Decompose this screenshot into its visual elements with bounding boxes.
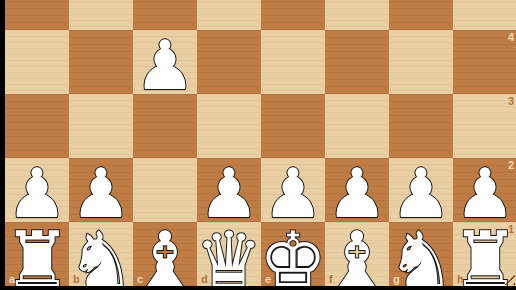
square-c1[interactable]: ♝c [133, 222, 197, 286]
coord-rank-4: 4 [508, 32, 514, 43]
letterbox-bottom [0, 286, 516, 290]
coord-file-f: f [329, 274, 333, 285]
square-h2[interactable]: ♟2 [453, 158, 516, 222]
coord-file-g: g [393, 274, 400, 285]
square-f4[interactable] [325, 30, 389, 94]
square-h5[interactable] [453, 0, 516, 30]
square-h4[interactable]: 4 [453, 30, 516, 94]
coord-file-c: c [137, 274, 143, 285]
square-a2[interactable]: ♟ [5, 158, 69, 222]
square-e3[interactable] [261, 94, 325, 158]
chess-board-viewport: ♟43♟♟♟♟♟♟♟2♜a♞b♝c♛d♚e♝f♞g♜h1 [0, 0, 516, 290]
coord-rank-2: 2 [508, 160, 514, 171]
square-c2[interactable] [133, 158, 197, 222]
square-g3[interactable] [389, 94, 453, 158]
coord-file-b: b [73, 274, 80, 285]
square-f1[interactable]: ♝f [325, 222, 389, 286]
square-e4[interactable] [261, 30, 325, 94]
coord-file-a: a [9, 274, 15, 285]
square-b2[interactable]: ♟ [69, 158, 133, 222]
square-d1[interactable]: ♛d [197, 222, 261, 286]
square-b3[interactable] [69, 94, 133, 158]
white-pawn-c4[interactable]: ♟ [135, 32, 196, 100]
square-d2[interactable]: ♟ [197, 158, 261, 222]
chess-board[interactable]: ♟43♟♟♟♟♟♟♟2♜a♞b♝c♛d♚e♝f♞g♜h1 [5, 0, 516, 286]
square-d3[interactable] [197, 94, 261, 158]
square-d4[interactable] [197, 30, 261, 94]
square-h1[interactable]: ♜h1 [453, 222, 516, 286]
square-d5[interactable] [197, 0, 261, 30]
square-g4[interactable] [389, 30, 453, 94]
square-h3[interactable]: 3 [453, 94, 516, 158]
square-e1[interactable]: ♚e [261, 222, 325, 286]
square-g2[interactable]: ♟ [389, 158, 453, 222]
square-c3[interactable] [133, 94, 197, 158]
square-f2[interactable]: ♟ [325, 158, 389, 222]
square-b4[interactable] [69, 30, 133, 94]
coord-rank-3: 3 [508, 96, 514, 107]
square-g1[interactable]: ♞g [389, 222, 453, 286]
coord-file-h: h [457, 274, 464, 285]
square-e2[interactable]: ♟ [261, 158, 325, 222]
square-a3[interactable] [5, 94, 69, 158]
square-b5[interactable] [69, 0, 133, 30]
square-e5[interactable] [261, 0, 325, 30]
square-b1[interactable]: ♞b [69, 222, 133, 286]
white-bishop-f1[interactable]: ♝ [323, 222, 391, 290]
square-c4[interactable]: ♟ [133, 30, 197, 94]
square-f3[interactable] [325, 94, 389, 158]
coord-rank-1: 1 [508, 224, 514, 235]
coord-file-e: e [265, 274, 271, 285]
square-a4[interactable] [5, 30, 69, 94]
square-a1[interactable]: ♜a [5, 222, 69, 286]
letterbox-left [0, 0, 5, 290]
square-a5[interactable] [5, 0, 69, 30]
square-g5[interactable] [389, 0, 453, 30]
coord-file-d: d [201, 274, 208, 285]
square-f5[interactable] [325, 0, 389, 30]
